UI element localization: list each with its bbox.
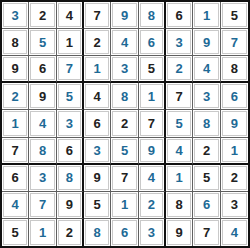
cell-r5c7-solved[interactable]: 5 bbox=[166, 110, 193, 137]
cell-r5c9-solved[interactable]: 9 bbox=[221, 110, 248, 137]
cell-r1c5-solved[interactable]: 9 bbox=[111, 2, 138, 29]
cell-r9c3-given[interactable]: 2 bbox=[57, 219, 84, 246]
cell-r8c8-solved[interactable]: 6 bbox=[193, 192, 220, 219]
cell-r4c3-solved[interactable]: 5 bbox=[57, 83, 84, 110]
cell-r4c8-solved[interactable]: 3 bbox=[193, 83, 220, 110]
cell-r9c7-given[interactable]: 9 bbox=[166, 219, 193, 246]
cell-r7c7-solved[interactable]: 1 bbox=[166, 165, 193, 192]
cell-r8c1-solved[interactable]: 4 bbox=[2, 192, 29, 219]
cell-r2c2-solved[interactable]: 5 bbox=[29, 29, 56, 56]
cell-r2c9-solved[interactable]: 7 bbox=[221, 29, 248, 56]
cell-r6c6-solved[interactable]: 9 bbox=[139, 138, 166, 165]
cell-r9c2-solved[interactable]: 1 bbox=[29, 219, 56, 246]
cell-r7c8-given[interactable]: 5 bbox=[193, 165, 220, 192]
cell-r1c7-given[interactable]: 6 bbox=[166, 2, 193, 29]
cell-r1c1-solved[interactable]: 3 bbox=[2, 2, 29, 29]
cell-r8c3-given[interactable]: 9 bbox=[57, 192, 84, 219]
cell-r5c4-given[interactable]: 6 bbox=[84, 110, 111, 137]
cell-r8c5-solved[interactable]: 1 bbox=[111, 192, 138, 219]
cell-r6c2-solved[interactable]: 8 bbox=[29, 138, 56, 165]
cell-r5c5-given[interactable]: 2 bbox=[111, 110, 138, 137]
sudoku-board: 3247986158512463979671352482954817361436… bbox=[0, 0, 250, 248]
cell-r9c4-solved[interactable]: 8 bbox=[84, 219, 111, 246]
cell-r6c8-given[interactable]: 2 bbox=[193, 138, 220, 165]
cell-r2c4-given[interactable]: 2 bbox=[84, 29, 111, 56]
cell-r6c1-given[interactable]: 7 bbox=[2, 138, 29, 165]
cell-r8c7-given[interactable]: 8 bbox=[166, 192, 193, 219]
cell-r3c5-solved[interactable]: 3 bbox=[111, 56, 138, 83]
cell-r3c6-given[interactable]: 5 bbox=[139, 56, 166, 83]
cell-r5c2-solved[interactable]: 4 bbox=[29, 110, 56, 137]
cell-r2c6-solved[interactable]: 6 bbox=[139, 29, 166, 56]
cell-r3c8-solved[interactable]: 4 bbox=[193, 56, 220, 83]
cell-r5c3-solved[interactable]: 3 bbox=[57, 110, 84, 137]
cell-r8c9-given[interactable]: 3 bbox=[221, 192, 248, 219]
cell-r9c5-solved[interactable]: 6 bbox=[111, 219, 138, 246]
cell-r9c1-given[interactable]: 5 bbox=[2, 219, 29, 246]
cell-r8c4-given[interactable]: 5 bbox=[84, 192, 111, 219]
cell-r6c5-solved[interactable]: 5 bbox=[111, 138, 138, 165]
cell-r7c3-solved[interactable]: 8 bbox=[57, 165, 84, 192]
cell-r8c6-solved[interactable]: 2 bbox=[139, 192, 166, 219]
cell-r7c2-solved[interactable]: 3 bbox=[29, 165, 56, 192]
cell-r3c3-solved[interactable]: 7 bbox=[57, 56, 84, 83]
cell-r7c5-given[interactable]: 7 bbox=[111, 165, 138, 192]
cell-r6c4-solved[interactable]: 3 bbox=[84, 138, 111, 165]
cell-r1c6-solved[interactable]: 8 bbox=[139, 2, 166, 29]
cell-r1c9-given[interactable]: 5 bbox=[221, 2, 248, 29]
cell-r5c6-given[interactable]: 7 bbox=[139, 110, 166, 137]
cell-r7c9-given[interactable]: 2 bbox=[221, 165, 248, 192]
cell-r9c9-solved[interactable]: 4 bbox=[221, 219, 248, 246]
cell-r2c5-solved[interactable]: 4 bbox=[111, 29, 138, 56]
cell-r3c1-given[interactable]: 9 bbox=[2, 56, 29, 83]
cell-r1c2-given[interactable]: 2 bbox=[29, 2, 56, 29]
cell-r4c2-given[interactable]: 9 bbox=[29, 83, 56, 110]
cell-r4c9-solved[interactable]: 6 bbox=[221, 83, 248, 110]
cell-r3c9-given[interactable]: 8 bbox=[221, 56, 248, 83]
cell-r2c1-given[interactable]: 8 bbox=[2, 29, 29, 56]
cell-r2c7-solved[interactable]: 3 bbox=[166, 29, 193, 56]
cell-r3c2-given[interactable]: 6 bbox=[29, 56, 56, 83]
cell-r1c3-given[interactable]: 4 bbox=[57, 2, 84, 29]
cell-r4c7-given[interactable]: 7 bbox=[166, 83, 193, 110]
cell-r7c6-solved[interactable]: 4 bbox=[139, 165, 166, 192]
cell-r4c1-solved[interactable]: 2 bbox=[2, 83, 29, 110]
cell-r9c6-solved[interactable]: 3 bbox=[139, 219, 166, 246]
cell-r7c4-given[interactable]: 9 bbox=[84, 165, 111, 192]
cell-r8c2-solved[interactable]: 7 bbox=[29, 192, 56, 219]
cell-r6c9-solved[interactable]: 1 bbox=[221, 138, 248, 165]
cell-r6c7-solved[interactable]: 4 bbox=[166, 138, 193, 165]
cell-r6c3-given[interactable]: 6 bbox=[57, 138, 84, 165]
cell-r7c1-given[interactable]: 6 bbox=[2, 165, 29, 192]
cell-r5c8-solved[interactable]: 8 bbox=[193, 110, 220, 137]
cell-r3c7-solved[interactable]: 2 bbox=[166, 56, 193, 83]
cell-r3c4-solved[interactable]: 1 bbox=[84, 56, 111, 83]
cell-r2c3-given[interactable]: 1 bbox=[57, 29, 84, 56]
cell-r4c5-solved[interactable]: 8 bbox=[111, 83, 138, 110]
cell-r1c8-solved[interactable]: 1 bbox=[193, 2, 220, 29]
cell-r5c1-solved[interactable]: 1 bbox=[2, 110, 29, 137]
cell-r2c8-solved[interactable]: 9 bbox=[193, 29, 220, 56]
cell-r1c4-given[interactable]: 7 bbox=[84, 2, 111, 29]
cell-r9c8-given[interactable]: 7 bbox=[193, 219, 220, 246]
cell-r4c4-given[interactable]: 4 bbox=[84, 83, 111, 110]
cell-r4c6-solved[interactable]: 1 bbox=[139, 83, 166, 110]
